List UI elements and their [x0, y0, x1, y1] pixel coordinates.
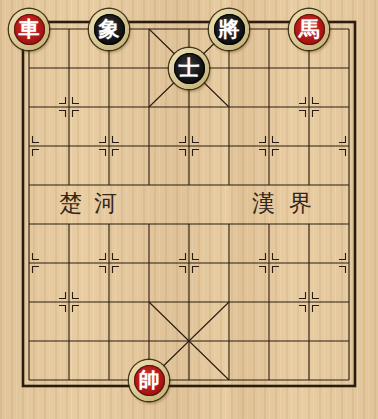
board-cell[interactable]: 馬: [289, 10, 329, 49]
board-cell[interactable]: 象: [89, 10, 129, 49]
board-cell[interactable]: 帥: [129, 361, 169, 400]
piece-grid[interactable]: 車象將馬士帥: [9, 10, 369, 400]
red-chariot[interactable]: 車: [9, 9, 49, 50]
red-general[interactable]: 帥: [129, 360, 169, 401]
black-advisor-glyph: 士: [179, 58, 200, 80]
black-elephant[interactable]: 象: [89, 9, 129, 50]
red-chariot-face: 車: [14, 14, 45, 45]
red-general-face: 帥: [134, 365, 165, 396]
black-general-face: 將: [214, 14, 245, 45]
red-horse-face: 馬: [294, 14, 325, 45]
black-advisor-face: 士: [174, 53, 205, 84]
black-general-glyph: 將: [219, 19, 240, 41]
board-cell[interactable]: 車: [9, 10, 49, 49]
red-chariot-glyph: 車: [19, 19, 40, 41]
black-elephant-glyph: 象: [99, 19, 120, 41]
board-cell[interactable]: 將: [209, 10, 249, 49]
red-general-glyph: 帥: [139, 370, 160, 392]
black-advisor[interactable]: 士: [169, 48, 209, 89]
black-general[interactable]: 將: [209, 9, 249, 50]
red-horse-glyph: 馬: [299, 19, 320, 41]
red-horse[interactable]: 馬: [289, 9, 329, 50]
board-cell[interactable]: 士: [169, 49, 209, 88]
black-elephant-face: 象: [94, 14, 125, 45]
xiangqi-board: 楚河 漢界 車象將馬士帥: [0, 0, 378, 419]
